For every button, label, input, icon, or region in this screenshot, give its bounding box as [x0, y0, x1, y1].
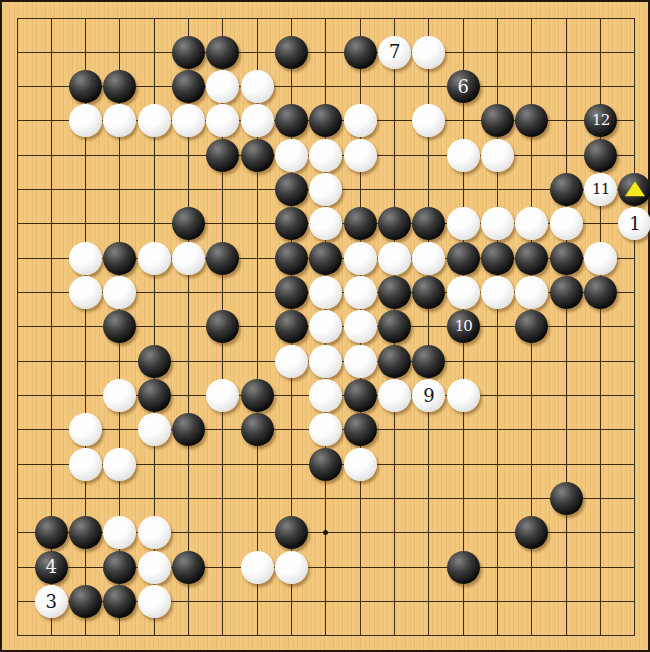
stone-black: [103, 310, 136, 343]
move-number-label: 3: [46, 593, 57, 611]
stone-white: [447, 207, 480, 240]
stone-black: [172, 413, 205, 446]
move-number-label: 10: [455, 319, 472, 334]
stone-black: [275, 276, 308, 309]
stone-black: [344, 379, 377, 412]
stone-white: [481, 207, 514, 240]
stone-black: [172, 70, 205, 103]
stone-black: [241, 379, 274, 412]
stone-black: [69, 516, 102, 549]
stone-white: [138, 551, 171, 584]
stone-white: [550, 207, 583, 240]
stone-black: [275, 310, 308, 343]
stone-white: [447, 276, 480, 309]
stone-black: 12: [584, 104, 617, 137]
stone-white: [344, 104, 377, 137]
stone-black: [69, 585, 102, 618]
stone-black: [447, 242, 480, 275]
move-number-label: 9: [423, 387, 434, 405]
move-number-label: 4: [46, 558, 57, 576]
stone-black: [309, 242, 342, 275]
stone-black: [550, 482, 583, 515]
stone-black: [103, 551, 136, 584]
stone-white: [275, 551, 308, 584]
stone-black: [344, 36, 377, 69]
stone-black: [412, 345, 445, 378]
stone-white: [103, 379, 136, 412]
stone-black: 6: [447, 70, 480, 103]
stone-white: [344, 242, 377, 275]
stone-black: [275, 104, 308, 137]
stone-white: [309, 139, 342, 172]
stone-white: [138, 104, 171, 137]
stone-white: [309, 310, 342, 343]
stone-white: [69, 448, 102, 481]
stone-black: [241, 139, 274, 172]
stone-black: [241, 413, 274, 446]
stone-white: [69, 242, 102, 275]
stone-white: 11: [584, 173, 617, 206]
stone-white: [378, 379, 411, 412]
stone-black: [309, 448, 342, 481]
stone-white: [138, 413, 171, 446]
stone-black: [447, 551, 480, 584]
stone-white: [69, 276, 102, 309]
stone-black: [206, 139, 239, 172]
stone-white: [344, 276, 377, 309]
move-number-label: 7: [389, 43, 400, 61]
stone-black: [275, 207, 308, 240]
stone-white: [275, 345, 308, 378]
stone-white: [515, 276, 548, 309]
stone-black: [378, 276, 411, 309]
stone-black: [138, 345, 171, 378]
stone-white: [309, 345, 342, 378]
stone-black: [515, 104, 548, 137]
stone-white: [69, 104, 102, 137]
stone-black: [206, 310, 239, 343]
stone-white: [378, 242, 411, 275]
stone-black: [172, 36, 205, 69]
stone-white: [344, 139, 377, 172]
stone-white: [344, 345, 377, 378]
stone-black: [515, 242, 548, 275]
move-number-label: 11: [592, 182, 609, 197]
stone-black: [515, 310, 548, 343]
stone-white: [241, 104, 274, 137]
stone-black: [618, 173, 650, 206]
stone-white: [138, 516, 171, 549]
stone-white: [172, 242, 205, 275]
stone-white: 1: [618, 207, 650, 240]
triangle-marker-icon: [625, 181, 645, 196]
stone-white: [412, 36, 445, 69]
stone-black: [309, 104, 342, 137]
stone-white: [206, 70, 239, 103]
stone-black: [550, 276, 583, 309]
stone-black: 4: [35, 551, 68, 584]
stone-white: [309, 207, 342, 240]
stone-black: [206, 36, 239, 69]
stone-white: [103, 448, 136, 481]
stone-white: [481, 276, 514, 309]
stone-white: 9: [412, 379, 445, 412]
stone-white: [275, 139, 308, 172]
stone-white: [515, 207, 548, 240]
stone-black: [172, 207, 205, 240]
stone-black: [172, 551, 205, 584]
stone-black: [275, 516, 308, 549]
stone-black: [378, 207, 411, 240]
stone-white: [584, 242, 617, 275]
stone-white: [309, 413, 342, 446]
stone-white: [103, 276, 136, 309]
stone-black: [550, 242, 583, 275]
stone-white: [412, 242, 445, 275]
stone-black: [275, 242, 308, 275]
move-number-label: 6: [458, 78, 469, 96]
stone-white: [241, 70, 274, 103]
stone-white: [309, 173, 342, 206]
stone-white: 3: [35, 585, 68, 618]
stone-black: [206, 242, 239, 275]
stone-black: [584, 139, 617, 172]
stone-white: [447, 139, 480, 172]
move-number-label: 1: [629, 215, 640, 233]
go-board[interactable]: 761211110943: [0, 0, 650, 652]
stone-black: [103, 242, 136, 275]
stone-black: [515, 516, 548, 549]
stone-black: [344, 207, 377, 240]
grid-line-vertical: [634, 18, 635, 637]
stone-black: [378, 345, 411, 378]
stone-black: [344, 413, 377, 446]
stone-black: [412, 207, 445, 240]
stone-black: [481, 104, 514, 137]
stone-white: [412, 104, 445, 137]
stone-white: [172, 104, 205, 137]
stone-black: [550, 173, 583, 206]
stone-black: [584, 276, 617, 309]
stone-white: 7: [378, 36, 411, 69]
grid-line-vertical: [566, 18, 567, 637]
stone-white: [103, 104, 136, 137]
stone-white: [103, 516, 136, 549]
stone-white: [69, 413, 102, 446]
stone-black: [35, 516, 68, 549]
stone-white: [344, 448, 377, 481]
stone-black: [378, 310, 411, 343]
grid-line-horizontal: [17, 635, 636, 636]
stone-black: [103, 585, 136, 618]
stone-white: [206, 104, 239, 137]
stone-white: [206, 379, 239, 412]
stone-white: [481, 139, 514, 172]
stone-white: [138, 242, 171, 275]
stone-white: [344, 310, 377, 343]
stone-white: [447, 379, 480, 412]
stone-black: [103, 70, 136, 103]
star-point: [323, 530, 328, 535]
stone-white: [241, 551, 274, 584]
grid-line-horizontal: [17, 498, 636, 499]
stone-white: [309, 379, 342, 412]
stone-black: [138, 379, 171, 412]
stone-black: [275, 36, 308, 69]
stone-black: [275, 173, 308, 206]
stone-white: [309, 276, 342, 309]
stone-black: [481, 242, 514, 275]
stone-black: 10: [447, 310, 480, 343]
stone-white: [138, 585, 171, 618]
stone-black: [412, 276, 445, 309]
move-number-label: 12: [592, 113, 609, 128]
stone-black: [69, 70, 102, 103]
